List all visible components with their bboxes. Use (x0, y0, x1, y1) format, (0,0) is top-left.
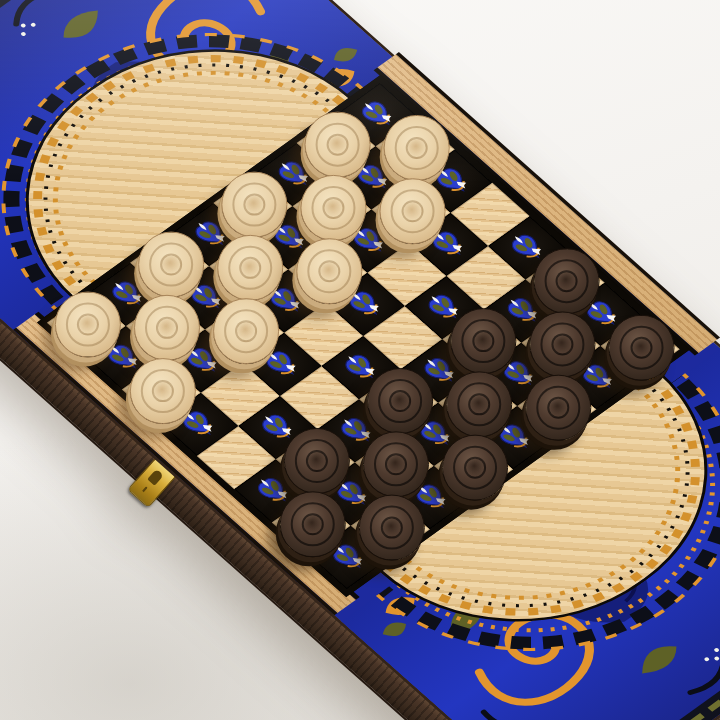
checker-piece-dark[interactable] (280, 491, 346, 557)
checker-piece-light[interactable] (138, 232, 204, 298)
checker-piece-light[interactable] (213, 298, 279, 364)
photo-background (0, 0, 720, 720)
checker-piece-light[interactable] (296, 238, 362, 304)
checker-piece-light[interactable] (300, 175, 366, 241)
checker-piece-light[interactable] (384, 115, 450, 181)
checker-piece-dark[interactable] (446, 371, 512, 437)
checker-piece-light[interactable] (130, 358, 196, 424)
checker-piece-dark[interactable] (450, 308, 516, 374)
box-lid (0, 0, 720, 720)
game-box (0, 0, 720, 720)
checker-piece-light[interactable] (380, 178, 446, 244)
checker-piece-dark[interactable] (367, 368, 433, 434)
checker-piece-light[interactable] (55, 292, 121, 358)
checker-piece-dark[interactable] (363, 431, 429, 497)
checker-piece-dark[interactable] (609, 315, 675, 381)
checker-piece-light[interactable] (134, 295, 200, 361)
checker-piece-dark[interactable] (534, 248, 600, 314)
checker-piece-light[interactable] (217, 235, 283, 301)
checker-piece-dark[interactable] (525, 375, 591, 441)
checker-piece-dark[interactable] (529, 311, 595, 377)
checker-piece-light[interactable] (221, 172, 287, 238)
checker-piece-light[interactable] (305, 112, 371, 178)
checker-piece-dark[interactable] (442, 435, 508, 501)
checker-piece-dark[interactable] (359, 495, 425, 561)
checker-piece-dark[interactable] (284, 428, 350, 494)
